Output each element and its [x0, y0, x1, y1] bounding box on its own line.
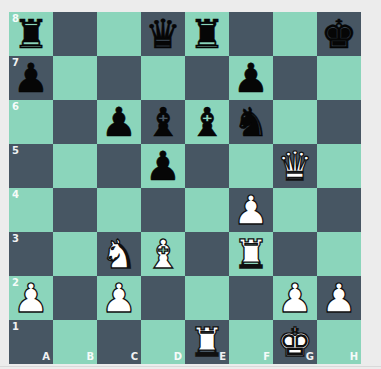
rank-label-5: 5	[12, 146, 19, 156]
white-pawn-h2[interactable]: ♟	[317, 276, 361, 320]
square-f5[interactable]	[229, 144, 273, 188]
bottom-divider	[0, 366, 381, 367]
square-c6[interactable]: ♟	[97, 100, 141, 144]
square-g5[interactable]: ♛	[273, 144, 317, 188]
rank-label-1: 1	[12, 322, 19, 332]
square-a5[interactable]: 5	[9, 144, 53, 188]
square-e6[interactable]: ♝	[185, 100, 229, 144]
file-label-b: B	[86, 352, 94, 362]
white-pawn-g2[interactable]: ♟	[273, 276, 317, 320]
square-h2[interactable]: ♟	[317, 276, 361, 320]
square-g6[interactable]	[273, 100, 317, 144]
square-d7[interactable]	[141, 56, 185, 100]
square-g8[interactable]	[273, 12, 317, 56]
square-a1[interactable]: 1A	[9, 320, 53, 364]
black-queen-d8[interactable]: ♛	[141, 12, 185, 56]
square-a3[interactable]: 3	[9, 232, 53, 276]
square-d5[interactable]: ♟	[141, 144, 185, 188]
black-rook-e8[interactable]: ♜	[185, 12, 229, 56]
black-pawn-d5[interactable]: ♟	[141, 144, 185, 188]
square-c4[interactable]	[97, 188, 141, 232]
square-h7[interactable]	[317, 56, 361, 100]
rank-label-3: 3	[12, 234, 19, 244]
black-bishop-d6[interactable]: ♝	[141, 100, 185, 144]
white-rook-e1[interactable]: ♜	[185, 320, 229, 364]
square-h5[interactable]	[317, 144, 361, 188]
white-bishop-d3[interactable]: ♝	[141, 232, 185, 276]
square-h3[interactable]	[317, 232, 361, 276]
square-b8[interactable]	[53, 12, 97, 56]
rank-label-6: 6	[12, 102, 19, 112]
white-queen-g5[interactable]: ♛	[273, 144, 317, 188]
square-a7[interactable]: 7♟	[9, 56, 53, 100]
square-g4[interactable]	[273, 188, 317, 232]
file-label-a: A	[42, 352, 50, 362]
black-knight-f6[interactable]: ♞	[229, 100, 273, 144]
chess-board: 8♜♛♜♚7♟♟6♟♝♝♞5♟♛4♟3♞♝♜2♟♟♟♟1ABCDE♜FG♚H	[9, 12, 361, 364]
white-pawn-f4[interactable]: ♟	[229, 188, 273, 232]
square-h1[interactable]: H	[317, 320, 361, 364]
square-b2[interactable]	[53, 276, 97, 320]
square-e8[interactable]: ♜	[185, 12, 229, 56]
square-a8[interactable]: 8♜	[9, 12, 53, 56]
file-label-c: C	[131, 352, 138, 362]
square-c7[interactable]	[97, 56, 141, 100]
file-label-d: D	[174, 352, 182, 362]
square-d2[interactable]	[141, 276, 185, 320]
black-rook-a8[interactable]: ♜	[9, 12, 53, 56]
square-h8[interactable]: ♚	[317, 12, 361, 56]
file-label-f: F	[263, 352, 270, 362]
square-d4[interactable]	[141, 188, 185, 232]
square-g2[interactable]: ♟	[273, 276, 317, 320]
square-e3[interactable]	[185, 232, 229, 276]
square-a6[interactable]: 6	[9, 100, 53, 144]
square-f1[interactable]: F	[229, 320, 273, 364]
square-b1[interactable]: B	[53, 320, 97, 364]
square-d6[interactable]: ♝	[141, 100, 185, 144]
square-d3[interactable]: ♝	[141, 232, 185, 276]
white-pawn-c2[interactable]: ♟	[97, 276, 141, 320]
square-b4[interactable]	[53, 188, 97, 232]
square-e2[interactable]	[185, 276, 229, 320]
square-a2[interactable]: 2♟	[9, 276, 53, 320]
square-c2[interactable]: ♟	[97, 276, 141, 320]
square-d1[interactable]: D	[141, 320, 185, 364]
square-g7[interactable]	[273, 56, 317, 100]
square-e1[interactable]: E♜	[185, 320, 229, 364]
black-pawn-a7[interactable]: ♟	[9, 56, 53, 100]
square-c3[interactable]: ♞	[97, 232, 141, 276]
square-f2[interactable]	[229, 276, 273, 320]
white-knight-c3[interactable]: ♞	[97, 232, 141, 276]
black-pawn-c6[interactable]: ♟	[97, 100, 141, 144]
square-g3[interactable]	[273, 232, 317, 276]
square-b7[interactable]	[53, 56, 97, 100]
white-pawn-a2[interactable]: ♟	[9, 276, 53, 320]
square-e7[interactable]	[185, 56, 229, 100]
square-h4[interactable]	[317, 188, 361, 232]
square-f3[interactable]: ♜	[229, 232, 273, 276]
square-c5[interactable]	[97, 144, 141, 188]
black-pawn-f7[interactable]: ♟	[229, 56, 273, 100]
rank-label-4: 4	[12, 190, 19, 200]
square-f4[interactable]: ♟	[229, 188, 273, 232]
square-a4[interactable]: 4	[9, 188, 53, 232]
square-h6[interactable]	[317, 100, 361, 144]
square-e4[interactable]	[185, 188, 229, 232]
square-e5[interactable]	[185, 144, 229, 188]
square-c8[interactable]	[97, 12, 141, 56]
square-g1[interactable]: G♚	[273, 320, 317, 364]
white-rook-f3[interactable]: ♜	[229, 232, 273, 276]
square-b5[interactable]	[53, 144, 97, 188]
square-f7[interactable]: ♟	[229, 56, 273, 100]
black-king-h8[interactable]: ♚	[317, 12, 361, 56]
square-d8[interactable]: ♛	[141, 12, 185, 56]
black-bishop-e6[interactable]: ♝	[185, 100, 229, 144]
square-b3[interactable]	[53, 232, 97, 276]
file-label-h: H	[350, 352, 358, 362]
square-b6[interactable]	[53, 100, 97, 144]
white-king-g1[interactable]: ♚	[273, 320, 317, 364]
square-c1[interactable]: C	[97, 320, 141, 364]
square-f6[interactable]: ♞	[229, 100, 273, 144]
square-f8[interactable]	[229, 12, 273, 56]
page-background: 8♜♛♜♚7♟♟6♟♝♝♞5♟♛4♟3♞♝♜2♟♟♟♟1ABCDE♜FG♚H	[0, 0, 381, 369]
